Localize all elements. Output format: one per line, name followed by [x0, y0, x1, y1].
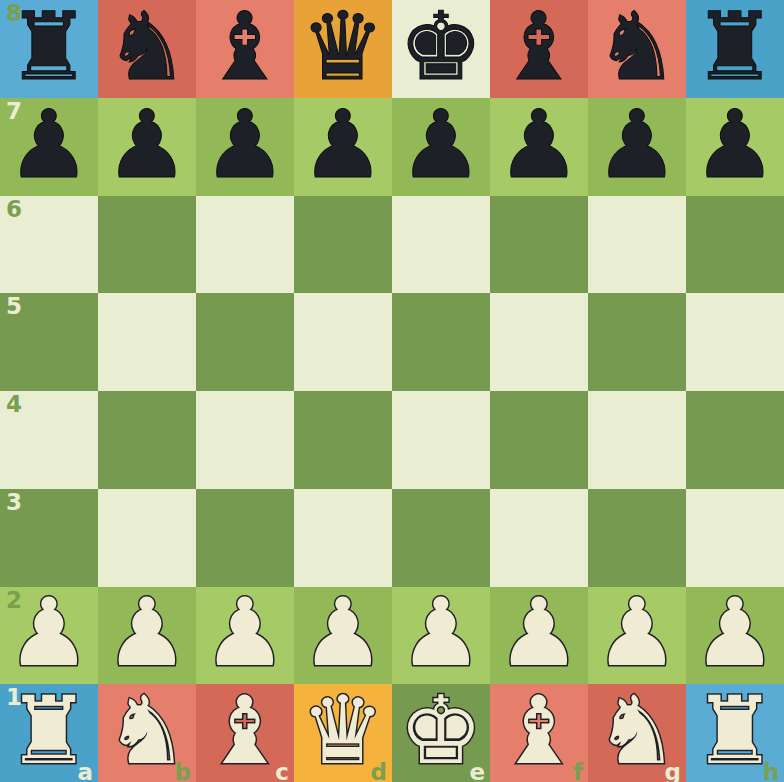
piece-white-pawn[interactable]: ♟ — [497, 587, 581, 681]
square-d8[interactable]: ♛ — [294, 0, 392, 98]
square-b1[interactable]: b♞ — [98, 684, 196, 782]
square-d4[interactable] — [294, 391, 392, 489]
square-h5[interactable] — [686, 293, 784, 391]
piece-white-rook[interactable]: ♜ — [7, 684, 91, 778]
piece-white-rook[interactable]: ♜ — [693, 684, 777, 778]
square-g1[interactable]: g♞ — [588, 684, 686, 782]
square-h3[interactable] — [686, 489, 784, 587]
square-b3[interactable] — [98, 489, 196, 587]
square-f6[interactable] — [490, 196, 588, 294]
square-a8[interactable]: 8♜ — [0, 0, 98, 98]
piece-black-pawn[interactable]: ♟ — [693, 98, 777, 192]
square-h6[interactable] — [686, 196, 784, 294]
square-f2[interactable]: ♟ — [490, 587, 588, 685]
square-d3[interactable] — [294, 489, 392, 587]
square-e8[interactable]: ♚ — [392, 0, 490, 98]
square-b5[interactable] — [98, 293, 196, 391]
piece-black-pawn[interactable]: ♟ — [497, 98, 581, 192]
square-c4[interactable] — [196, 391, 294, 489]
square-b6[interactable] — [98, 196, 196, 294]
square-h7[interactable]: ♟ — [686, 98, 784, 196]
square-h4[interactable] — [686, 391, 784, 489]
square-f1[interactable]: f♝ — [490, 684, 588, 782]
square-a7[interactable]: 7♟ — [0, 98, 98, 196]
square-e6[interactable] — [392, 196, 490, 294]
square-c7[interactable]: ♟ — [196, 98, 294, 196]
piece-white-pawn[interactable]: ♟ — [105, 587, 189, 681]
rank-label-4: 4 — [6, 392, 22, 417]
piece-black-knight[interactable]: ♞ — [595, 0, 679, 94]
square-h2[interactable]: ♟ — [686, 587, 784, 685]
square-d6[interactable] — [294, 196, 392, 294]
square-a2[interactable]: 2♟ — [0, 587, 98, 685]
square-c3[interactable] — [196, 489, 294, 587]
square-g2[interactable]: ♟ — [588, 587, 686, 685]
square-b8[interactable]: ♞ — [98, 0, 196, 98]
square-g5[interactable] — [588, 293, 686, 391]
piece-black-pawn[interactable]: ♟ — [7, 98, 91, 192]
square-f3[interactable] — [490, 489, 588, 587]
chess-board: 8♜♞♝♛♚♝♞♜7♟♟♟♟♟♟♟♟65432♟♟♟♟♟♟♟♟1a♜b♞c♝d♛… — [0, 0, 784, 782]
square-a3[interactable]: 3 — [0, 489, 98, 587]
square-h8[interactable]: ♜ — [686, 0, 784, 98]
piece-white-pawn[interactable]: ♟ — [203, 587, 287, 681]
piece-white-pawn[interactable]: ♟ — [7, 587, 91, 681]
square-g7[interactable]: ♟ — [588, 98, 686, 196]
piece-white-knight[interactable]: ♞ — [595, 684, 679, 778]
square-b2[interactable]: ♟ — [98, 587, 196, 685]
square-g8[interactable]: ♞ — [588, 0, 686, 98]
piece-black-pawn[interactable]: ♟ — [595, 98, 679, 192]
square-g6[interactable] — [588, 196, 686, 294]
piece-white-knight[interactable]: ♞ — [105, 684, 189, 778]
square-d1[interactable]: d♛ — [294, 684, 392, 782]
square-e1[interactable]: e♚ — [392, 684, 490, 782]
square-a6[interactable]: 6 — [0, 196, 98, 294]
square-f8[interactable]: ♝ — [490, 0, 588, 98]
rank-label-5: 5 — [6, 294, 22, 319]
rank-label-6: 6 — [6, 197, 22, 222]
square-f5[interactable] — [490, 293, 588, 391]
square-e4[interactable] — [392, 391, 490, 489]
square-e3[interactable] — [392, 489, 490, 587]
square-c8[interactable]: ♝ — [196, 0, 294, 98]
piece-white-bishop[interactable]: ♝ — [203, 684, 287, 778]
square-e7[interactable]: ♟ — [392, 98, 490, 196]
square-f4[interactable] — [490, 391, 588, 489]
square-c2[interactable]: ♟ — [196, 587, 294, 685]
square-e2[interactable]: ♟ — [392, 587, 490, 685]
square-c6[interactable] — [196, 196, 294, 294]
piece-black-pawn[interactable]: ♟ — [105, 98, 189, 192]
rank-label-3: 3 — [6, 490, 22, 515]
square-b7[interactable]: ♟ — [98, 98, 196, 196]
piece-white-pawn[interactable]: ♟ — [595, 587, 679, 681]
piece-white-pawn[interactable]: ♟ — [301, 587, 385, 681]
piece-white-queen[interactable]: ♛ — [301, 684, 385, 778]
piece-black-pawn[interactable]: ♟ — [203, 98, 287, 192]
piece-white-pawn[interactable]: ♟ — [399, 587, 483, 681]
piece-black-king[interactable]: ♚ — [399, 0, 483, 94]
piece-white-bishop[interactable]: ♝ — [497, 684, 581, 778]
square-g4[interactable] — [588, 391, 686, 489]
square-h1[interactable]: h♜ — [686, 684, 784, 782]
piece-black-rook[interactable]: ♜ — [693, 0, 777, 94]
square-b4[interactable] — [98, 391, 196, 489]
piece-black-pawn[interactable]: ♟ — [399, 98, 483, 192]
piece-black-bishop[interactable]: ♝ — [203, 0, 287, 94]
piece-white-king[interactable]: ♚ — [399, 684, 483, 778]
square-d2[interactable]: ♟ — [294, 587, 392, 685]
piece-black-queen[interactable]: ♛ — [301, 0, 385, 94]
square-a4[interactable]: 4 — [0, 391, 98, 489]
piece-black-rook[interactable]: ♜ — [7, 0, 91, 94]
square-g3[interactable] — [588, 489, 686, 587]
square-d7[interactable]: ♟ — [294, 98, 392, 196]
piece-black-bishop[interactable]: ♝ — [497, 0, 581, 94]
square-d5[interactable] — [294, 293, 392, 391]
square-c1[interactable]: c♝ — [196, 684, 294, 782]
square-e5[interactable] — [392, 293, 490, 391]
piece-black-knight[interactable]: ♞ — [105, 0, 189, 94]
piece-black-pawn[interactable]: ♟ — [301, 98, 385, 192]
piece-white-pawn[interactable]: ♟ — [693, 587, 777, 681]
square-a1[interactable]: 1a♜ — [0, 684, 98, 782]
square-f7[interactable]: ♟ — [490, 98, 588, 196]
square-c5[interactable] — [196, 293, 294, 391]
square-a5[interactable]: 5 — [0, 293, 98, 391]
